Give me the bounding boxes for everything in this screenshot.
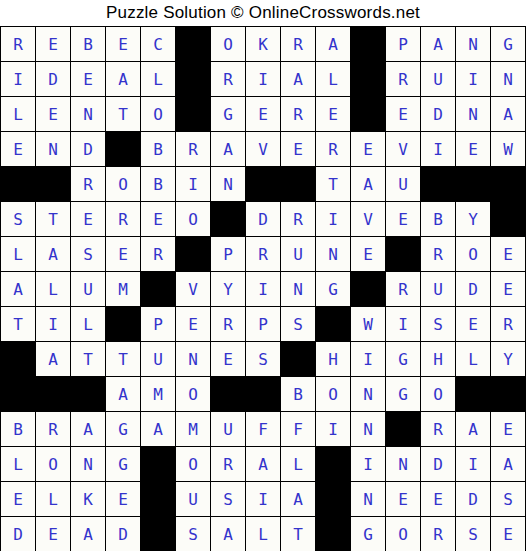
grid-cell[interactable]: E <box>71 202 106 237</box>
grid-cell[interactable]: L <box>1 237 36 272</box>
black-cell <box>456 167 491 202</box>
grid-cell[interactable]: I <box>36 307 71 342</box>
grid-cell[interactable]: O <box>421 377 456 412</box>
black-cell <box>351 62 386 97</box>
grid-cell[interactable]: R <box>141 237 176 272</box>
black-cell <box>211 377 246 412</box>
black-cell <box>386 412 421 447</box>
grid-cell[interactable]: T <box>71 342 106 377</box>
grid-cell[interactable]: R <box>316 132 351 167</box>
grid-cell[interactable]: I <box>351 447 386 482</box>
grid-cell[interactable]: I <box>386 307 421 342</box>
grid-cell[interactable]: D <box>456 272 491 307</box>
grid-cell[interactable]: E <box>456 307 491 342</box>
grid-cell[interactable]: G <box>106 447 141 482</box>
black-cell <box>491 377 526 412</box>
grid-cell[interactable]: U <box>421 272 456 307</box>
black-cell <box>1 167 36 202</box>
grid-cell[interactable]: U <box>211 412 246 447</box>
black-cell <box>491 167 526 202</box>
grid-cell[interactable]: L <box>1 97 36 132</box>
grid-cell[interactable]: O <box>36 447 71 482</box>
grid-cell[interactable]: N <box>71 97 106 132</box>
grid-cell[interactable]: O <box>176 377 211 412</box>
grid-cell[interactable]: R <box>386 62 421 97</box>
grid-cell[interactable]: I <box>316 412 351 447</box>
grid-cell[interactable]: N <box>491 62 526 97</box>
black-cell <box>71 377 106 412</box>
grid-cell[interactable]: F <box>246 412 281 447</box>
grid-cell[interactable]: N <box>456 27 491 62</box>
black-cell <box>316 307 351 342</box>
grid-cell[interactable]: B <box>141 132 176 167</box>
grid-cell[interactable]: L <box>1 447 36 482</box>
grid-cell[interactable]: W <box>351 307 386 342</box>
grid-cell[interactable]: L <box>36 272 71 307</box>
grid-cell[interactable]: O <box>176 447 211 482</box>
grid-cell[interactable]: D <box>421 97 456 132</box>
grid-cell[interactable]: B <box>1 412 36 447</box>
grid-cell[interactable]: L <box>141 62 176 97</box>
grid-cell[interactable]: M <box>106 272 141 307</box>
grid-cell[interactable]: E <box>456 132 491 167</box>
grid-cell[interactable]: M <box>141 377 176 412</box>
grid-cell[interactable]: A <box>71 517 106 551</box>
grid-cell[interactable]: L <box>316 62 351 97</box>
grid-cell[interactable]: G <box>386 377 421 412</box>
grid-cell[interactable]: D <box>36 62 71 97</box>
grid-cell[interactable]: K <box>71 482 106 517</box>
grid-cell[interactable]: E <box>106 27 141 62</box>
grid-cell[interactable]: T <box>36 202 71 237</box>
grid-cell[interactable]: U <box>71 272 106 307</box>
grid-cell[interactable]: E <box>211 342 246 377</box>
crossword-grid: REBECOKRAPANGIDEALRIALRUINLENTOGEREEDNAE… <box>0 26 526 551</box>
grid-cell[interactable]: B <box>281 377 316 412</box>
grid-cell[interactable]: E <box>351 237 386 272</box>
grid-cell[interactable]: T <box>1 307 36 342</box>
grid-cell[interactable]: S <box>211 482 246 517</box>
grid-cell[interactable]: S <box>421 307 456 342</box>
grid-cell[interactable]: N <box>386 447 421 482</box>
grid-cell[interactable]: U <box>176 482 211 517</box>
grid-cell[interactable]: G <box>316 272 351 307</box>
grid-cell[interactable]: G <box>106 412 141 447</box>
black-cell <box>176 237 211 272</box>
grid-cell[interactable]: Y <box>211 272 246 307</box>
grid-cell[interactable]: S <box>71 237 106 272</box>
grid-cell[interactable]: D <box>1 517 36 551</box>
grid-cell[interactable]: I <box>1 62 36 97</box>
grid-cell[interactable]: E <box>141 202 176 237</box>
grid-cell[interactable]: S <box>491 482 526 517</box>
grid-cell[interactable]: E <box>281 132 316 167</box>
grid-cell[interactable]: R <box>211 307 246 342</box>
grid-cell[interactable]: L <box>281 447 316 482</box>
grid-cell[interactable]: E <box>386 97 421 132</box>
grid-cell[interactable]: T <box>316 167 351 202</box>
grid-cell[interactable]: D <box>246 202 281 237</box>
grid-cell[interactable]: U <box>141 342 176 377</box>
grid-cell[interactable]: O <box>176 202 211 237</box>
grid-cell[interactable]: G <box>491 27 526 62</box>
grid-cell[interactable]: M <box>176 412 211 447</box>
grid-cell[interactable]: E <box>36 27 71 62</box>
grid-cell[interactable]: N <box>36 132 71 167</box>
black-cell <box>141 447 176 482</box>
black-cell <box>1 377 36 412</box>
grid-cell[interactable]: E <box>386 482 421 517</box>
grid-cell[interactable]: T <box>106 97 141 132</box>
grid-cell[interactable]: E <box>421 482 456 517</box>
grid-cell[interactable]: N <box>456 97 491 132</box>
grid-cell[interactable]: R <box>106 202 141 237</box>
grid-cell[interactable]: R <box>1 27 36 62</box>
grid-cell[interactable]: R <box>386 272 421 307</box>
grid-cell[interactable]: A <box>491 447 526 482</box>
grid-cell[interactable]: E <box>1 132 36 167</box>
black-cell <box>176 97 211 132</box>
grid-cell[interactable]: P <box>211 237 246 272</box>
grid-cell[interactable]: A <box>211 132 246 167</box>
grid-cell[interactable]: N <box>176 342 211 377</box>
grid-cell[interactable]: N <box>351 377 386 412</box>
grid-cell[interactable]: E <box>491 412 526 447</box>
grid-cell[interactable]: E <box>1 482 36 517</box>
grid-cell[interactable]: V <box>386 132 421 167</box>
grid-cell[interactable]: A <box>491 97 526 132</box>
grid-cell[interactable]: E <box>176 307 211 342</box>
grid-cell[interactable]: E <box>491 237 526 272</box>
grid-cell[interactable]: A <box>246 447 281 482</box>
grid-cell[interactable]: A <box>316 27 351 62</box>
black-cell <box>36 167 71 202</box>
grid-cell[interactable]: O <box>211 27 246 62</box>
grid-cell[interactable]: I <box>316 202 351 237</box>
grid-cell[interactable]: I <box>456 447 491 482</box>
grid-cell[interactable]: B <box>141 167 176 202</box>
grid-cell[interactable]: S <box>456 517 491 551</box>
grid-cell[interactable]: I <box>456 62 491 97</box>
grid-cell[interactable]: R <box>281 202 316 237</box>
grid-cell[interactable]: A <box>421 27 456 62</box>
grid-cell[interactable]: I <box>421 132 456 167</box>
grid-cell[interactable]: U <box>281 237 316 272</box>
black-cell <box>351 27 386 62</box>
grid-cell[interactable]: E <box>36 517 71 551</box>
grid-cell[interactable]: W <box>491 132 526 167</box>
black-cell <box>281 167 316 202</box>
grid-cell[interactable]: R <box>421 237 456 272</box>
grid-cell[interactable]: D <box>421 447 456 482</box>
black-cell <box>316 517 351 551</box>
grid-cell[interactable]: I <box>246 62 281 97</box>
grid-cell[interactable]: A <box>211 517 246 551</box>
grid-cell[interactable]: E <box>106 482 141 517</box>
black-cell <box>491 202 526 237</box>
grid-cell[interactable]: E <box>71 62 106 97</box>
puzzle-solution-page: Puzzle Solution © OnlineCrosswords.net R… <box>0 0 526 551</box>
grid-cell[interactable]: E <box>36 97 71 132</box>
grid-cell[interactable]: A <box>106 62 141 97</box>
grid-cell[interactable]: D <box>106 517 141 551</box>
grid-cell[interactable]: F <box>281 412 316 447</box>
grid-cell[interactable]: R <box>491 307 526 342</box>
grid-cell[interactable]: H <box>421 342 456 377</box>
grid-cell[interactable]: E <box>316 97 351 132</box>
black-cell <box>1 342 36 377</box>
black-cell <box>176 27 211 62</box>
grid-cell[interactable]: A <box>71 412 106 447</box>
grid-cell[interactable]: P <box>141 307 176 342</box>
grid-cell[interactable]: E <box>351 132 386 167</box>
grid-cell[interactable]: R <box>421 412 456 447</box>
grid-cell[interactable]: B <box>71 27 106 62</box>
grid-cell[interactable]: V <box>176 272 211 307</box>
grid-cell[interactable]: A <box>36 342 71 377</box>
black-cell <box>316 447 351 482</box>
grid-cell[interactable]: K <box>246 27 281 62</box>
grid-cell[interactable]: R <box>281 27 316 62</box>
grid-cell[interactable]: L <box>246 517 281 551</box>
grid-cell[interactable]: A <box>351 167 386 202</box>
grid-cell[interactable]: N <box>316 237 351 272</box>
black-cell <box>316 482 351 517</box>
grid-cell[interactable]: L <box>456 342 491 377</box>
grid-cell[interactable]: I <box>351 342 386 377</box>
grid-cell[interactable]: D <box>71 132 106 167</box>
grid-cell[interactable]: A <box>456 412 491 447</box>
grid-cell[interactable]: L <box>36 482 71 517</box>
grid-cell[interactable]: E <box>106 237 141 272</box>
grid-cell[interactable]: N <box>351 482 386 517</box>
grid-cell[interactable]: I <box>246 272 281 307</box>
grid-cell[interactable]: R <box>176 132 211 167</box>
grid-cell[interactable]: A <box>1 272 36 307</box>
black-cell <box>141 272 176 307</box>
grid-cell[interactable]: V <box>246 132 281 167</box>
grid-cell[interactable]: R <box>281 97 316 132</box>
grid-cell[interactable]: S <box>176 517 211 551</box>
grid-cell[interactable]: A <box>281 482 316 517</box>
grid-cell[interactable]: C <box>141 27 176 62</box>
grid-cell[interactable]: E <box>386 202 421 237</box>
black-cell <box>421 167 456 202</box>
black-cell <box>176 62 211 97</box>
grid-cell[interactable]: R <box>246 237 281 272</box>
grid-cell[interactable]: R <box>71 167 106 202</box>
grid-cell[interactable]: P <box>246 307 281 342</box>
grid-cell[interactable]: E <box>246 97 281 132</box>
grid-cell[interactable]: T <box>281 517 316 551</box>
grid-cell[interactable]: V <box>351 202 386 237</box>
black-cell <box>211 202 246 237</box>
grid-cell[interactable]: E <box>491 517 526 551</box>
grid-cell[interactable]: O <box>386 517 421 551</box>
grid-cell[interactable]: D <box>456 482 491 517</box>
grid-cell[interactable]: Y <box>491 342 526 377</box>
grid-cell[interactable]: G <box>211 97 246 132</box>
black-cell <box>351 97 386 132</box>
grid-cell[interactable]: R <box>421 517 456 551</box>
grid-cell[interactable]: O <box>106 167 141 202</box>
grid-cell[interactable]: U <box>386 167 421 202</box>
grid-cell[interactable]: I <box>246 482 281 517</box>
grid-cell[interactable]: Y <box>456 202 491 237</box>
grid-cell[interactable]: I <box>176 167 211 202</box>
grid-cell[interactable]: N <box>281 272 316 307</box>
black-cell <box>36 377 71 412</box>
grid-cell[interactable]: R <box>36 412 71 447</box>
grid-cell[interactable]: S <box>246 342 281 377</box>
grid-cell[interactable]: T <box>106 342 141 377</box>
grid-cell[interactable]: P <box>386 27 421 62</box>
grid-cell[interactable]: N <box>211 167 246 202</box>
grid-cell[interactable]: A <box>106 377 141 412</box>
grid-cell[interactable]: O <box>456 237 491 272</box>
grid-cell[interactable]: A <box>141 412 176 447</box>
grid-cell[interactable]: H <box>316 342 351 377</box>
grid-cell[interactable]: S <box>1 202 36 237</box>
grid-cell[interactable]: O <box>141 97 176 132</box>
page-title: Puzzle Solution © OnlineCrosswords.net <box>0 0 526 26</box>
black-cell <box>281 342 316 377</box>
black-cell <box>351 272 386 307</box>
grid-cell[interactable]: G <box>386 342 421 377</box>
grid-cell[interactable]: B <box>421 202 456 237</box>
black-cell <box>386 237 421 272</box>
grid-cell[interactable]: S <box>281 307 316 342</box>
grid-cell[interactable]: N <box>71 447 106 482</box>
black-cell <box>141 517 176 551</box>
grid-cell[interactable]: O <box>316 377 351 412</box>
grid-cell[interactable]: L <box>71 307 106 342</box>
grid-cell[interactable]: E <box>491 272 526 307</box>
grid-cell[interactable]: N <box>351 412 386 447</box>
black-cell <box>456 377 491 412</box>
black-cell <box>106 307 141 342</box>
grid-cell[interactable]: A <box>281 62 316 97</box>
grid-cell[interactable]: U <box>421 62 456 97</box>
grid-cell[interactable]: G <box>351 517 386 551</box>
black-cell <box>106 132 141 167</box>
black-cell <box>141 482 176 517</box>
black-cell <box>246 167 281 202</box>
grid-cell[interactable]: A <box>36 237 71 272</box>
grid-cell[interactable]: R <box>211 447 246 482</box>
grid-cell[interactable]: R <box>211 62 246 97</box>
black-cell <box>246 377 281 412</box>
